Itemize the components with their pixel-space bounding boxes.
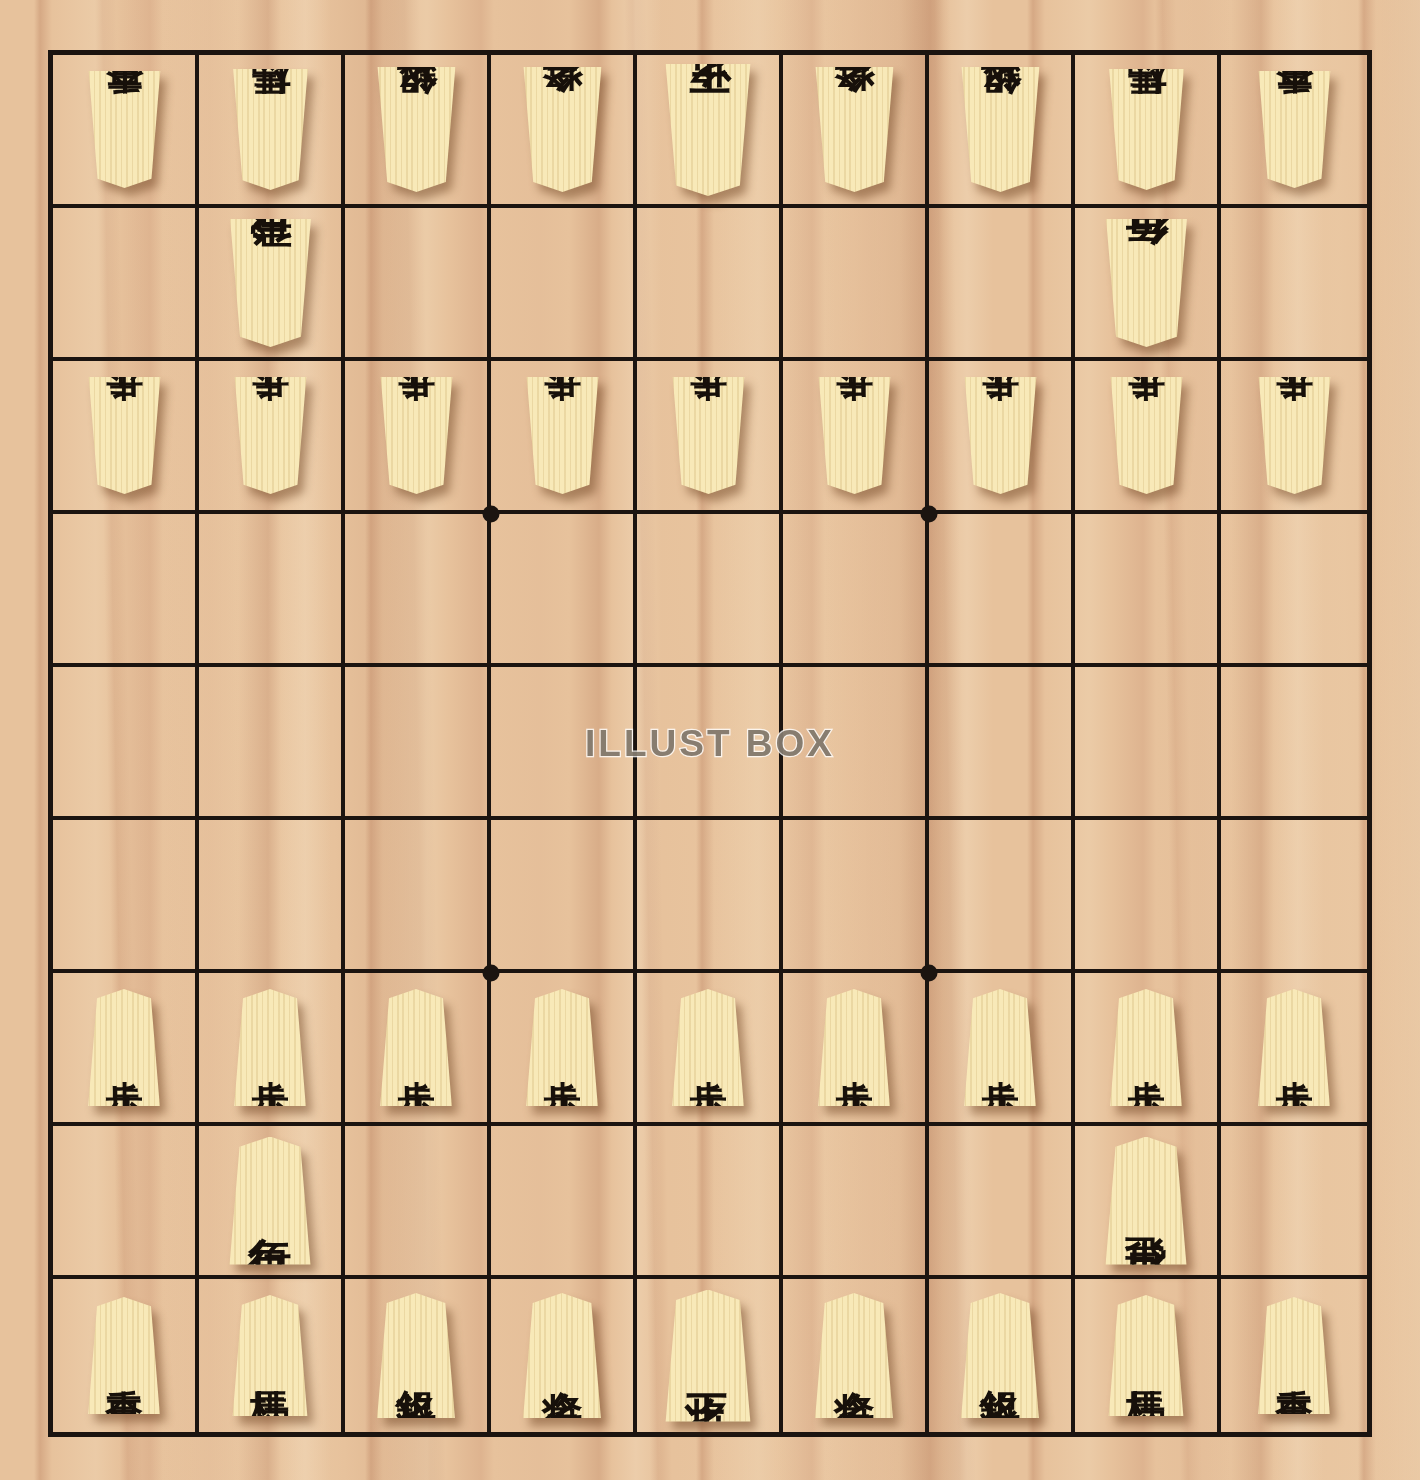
cell-6f[interactable] bbox=[491, 820, 637, 973]
piece-sente-knight[interactable]: 桂馬 bbox=[1098, 1295, 1195, 1416]
piece-face: 香車 bbox=[1248, 1297, 1341, 1414]
piece-gote-king[interactable]: 王将 bbox=[653, 64, 763, 196]
piece-kanji: 歩兵 bbox=[1127, 1042, 1165, 1054]
piece-kanji: 王将 bbox=[685, 124, 731, 136]
piece-face: 香車 bbox=[78, 1297, 171, 1414]
cell-3f[interactable] bbox=[929, 820, 1075, 973]
cell-1d[interactable] bbox=[1221, 514, 1367, 667]
piece-face: 銀将 bbox=[366, 67, 467, 192]
cell-8f[interactable] bbox=[199, 820, 345, 973]
cell-1i[interactable]: 香車 bbox=[1221, 1279, 1367, 1432]
piece-face: 歩兵 bbox=[954, 989, 1047, 1106]
piece-kanji: 金将 bbox=[542, 1350, 583, 1362]
cell-3h[interactable] bbox=[929, 1126, 1075, 1279]
piece-kanji: 歩兵 bbox=[251, 1042, 289, 1054]
cell-9g[interactable]: 歩兵 bbox=[53, 973, 199, 1126]
piece-kanji: 歩兵 bbox=[689, 1042, 727, 1054]
piece-kanji: 歩兵 bbox=[981, 430, 1019, 442]
piece-face: 歩兵 bbox=[516, 377, 609, 494]
piece-face: 飛車 bbox=[1094, 1137, 1199, 1265]
piece-gote-knight[interactable]: 桂馬 bbox=[222, 69, 319, 190]
cell-3a[interactable]: 銀将 bbox=[929, 55, 1075, 208]
cell-5i[interactable]: 王将 bbox=[637, 1279, 783, 1432]
cell-5d[interactable] bbox=[637, 514, 783, 667]
piece-face: 桂馬 bbox=[222, 69, 319, 190]
cell-2g[interactable]: 歩兵 bbox=[1075, 973, 1221, 1126]
piece-gote-knight[interactable]: 桂馬 bbox=[1098, 69, 1195, 190]
piece-sente-lance[interactable]: 香車 bbox=[1248, 1297, 1341, 1414]
piece-kanji: 歩兵 bbox=[835, 430, 873, 442]
piece-face: 歩兵 bbox=[662, 377, 755, 494]
wood-background: { "game": "shogi", "title": "Shogi board… bbox=[0, 0, 1420, 1480]
piece-kanji: 銀将 bbox=[396, 124, 437, 136]
piece-sente-gold[interactable]: 金将 bbox=[512, 1293, 613, 1418]
cell-5b[interactable] bbox=[637, 208, 783, 361]
piece-kanji: 歩兵 bbox=[1275, 430, 1313, 442]
cell-6a[interactable]: 金将 bbox=[491, 55, 637, 208]
piece-kanji: 歩兵 bbox=[105, 1042, 143, 1054]
cell-7b[interactable] bbox=[345, 208, 491, 361]
cell-8h[interactable]: 角行 bbox=[199, 1126, 345, 1279]
cell-3b[interactable] bbox=[929, 208, 1075, 361]
piece-sente-knight[interactable]: 桂馬 bbox=[222, 1295, 319, 1416]
piece-face: 銀将 bbox=[366, 1293, 467, 1418]
cell-4b[interactable] bbox=[783, 208, 929, 361]
cell-8a[interactable]: 桂馬 bbox=[199, 55, 345, 208]
piece-kanji: 歩兵 bbox=[981, 1042, 1019, 1054]
cell-1c[interactable]: 歩兵 bbox=[1221, 361, 1367, 514]
piece-kanji: 角行 bbox=[1125, 277, 1168, 289]
cell-2b[interactable]: 角行 bbox=[1075, 208, 1221, 361]
piece-gote-pawn[interactable]: 歩兵 bbox=[1100, 377, 1193, 494]
piece-sente-lance[interactable]: 香車 bbox=[78, 1297, 171, 1414]
piece-kanji: 香車 bbox=[105, 1350, 143, 1362]
piece-gote-pawn[interactable]: 歩兵 bbox=[516, 377, 609, 494]
piece-sente-pawn[interactable]: 歩兵 bbox=[78, 989, 171, 1106]
piece-kanji: 飛車 bbox=[249, 277, 292, 289]
piece-sente-pawn[interactable]: 歩兵 bbox=[1248, 989, 1341, 1106]
cell-5g[interactable]: 歩兵 bbox=[637, 973, 783, 1126]
cell-7i[interactable]: 銀将 bbox=[345, 1279, 491, 1432]
piece-gote-rook[interactable]: 飛車 bbox=[218, 219, 323, 347]
piece-face: 角行 bbox=[218, 1137, 323, 1265]
piece-gote-silver[interactable]: 銀将 bbox=[950, 67, 1051, 192]
piece-face: 桂馬 bbox=[222, 1295, 319, 1416]
cell-6d[interactable] bbox=[491, 514, 637, 667]
cell-3g[interactable]: 歩兵 bbox=[929, 973, 1075, 1126]
cell-7f[interactable] bbox=[345, 820, 491, 973]
cell-9b[interactable] bbox=[53, 208, 199, 361]
cell-2e[interactable] bbox=[1075, 667, 1221, 820]
piece-face: 歩兵 bbox=[224, 989, 317, 1106]
cell-8g[interactable]: 歩兵 bbox=[199, 973, 345, 1126]
piece-face: 銀将 bbox=[950, 1293, 1051, 1418]
piece-kanji: 銀将 bbox=[980, 1350, 1021, 1362]
cell-9e[interactable] bbox=[53, 667, 199, 820]
cell-3c[interactable]: 歩兵 bbox=[929, 361, 1075, 514]
cell-2c[interactable]: 歩兵 bbox=[1075, 361, 1221, 514]
star-point bbox=[921, 506, 938, 523]
piece-sente-pawn[interactable]: 歩兵 bbox=[370, 989, 463, 1106]
piece-kanji: 香車 bbox=[105, 124, 143, 136]
piece-face: 金将 bbox=[512, 67, 613, 192]
cell-4i[interactable]: 金将 bbox=[783, 1279, 929, 1432]
cell-4h[interactable] bbox=[783, 1126, 929, 1279]
piece-face: 銀将 bbox=[950, 67, 1051, 192]
piece-kanji: 王将 bbox=[685, 1350, 731, 1362]
cell-1f[interactable] bbox=[1221, 820, 1367, 973]
cell-8c[interactable]: 歩兵 bbox=[199, 361, 345, 514]
piece-sente-king[interactable]: 王将 bbox=[653, 1290, 763, 1422]
piece-sente-pawn[interactable]: 歩兵 bbox=[808, 989, 901, 1106]
cell-6i[interactable]: 金将 bbox=[491, 1279, 637, 1432]
cell-7d[interactable] bbox=[345, 514, 491, 667]
piece-kanji: 香車 bbox=[1275, 1350, 1313, 1362]
piece-kanji: 金将 bbox=[542, 124, 583, 136]
cell-7c[interactable]: 歩兵 bbox=[345, 361, 491, 514]
piece-sente-gold[interactable]: 金将 bbox=[804, 1293, 905, 1418]
cell-9a[interactable]: 香車 bbox=[53, 55, 199, 208]
cell-6b[interactable] bbox=[491, 208, 637, 361]
piece-face: 歩兵 bbox=[516, 989, 609, 1106]
cell-5c[interactable]: 歩兵 bbox=[637, 361, 783, 514]
piece-gote-pawn[interactable]: 歩兵 bbox=[224, 377, 317, 494]
cell-9i[interactable]: 香車 bbox=[53, 1279, 199, 1432]
cell-4d[interactable] bbox=[783, 514, 929, 667]
cell-4a[interactable]: 金将 bbox=[783, 55, 929, 208]
piece-sente-pawn[interactable]: 歩兵 bbox=[1100, 989, 1193, 1106]
piece-face: 歩兵 bbox=[78, 989, 171, 1106]
piece-face: 歩兵 bbox=[808, 989, 901, 1106]
piece-gote-pawn[interactable]: 歩兵 bbox=[662, 377, 755, 494]
piece-face: 歩兵 bbox=[1248, 989, 1341, 1106]
cell-8d[interactable] bbox=[199, 514, 345, 667]
cell-9f[interactable] bbox=[53, 820, 199, 973]
cell-4f[interactable] bbox=[783, 820, 929, 973]
piece-face: 金将 bbox=[512, 1293, 613, 1418]
piece-face: 飛車 bbox=[218, 219, 323, 347]
cell-8e[interactable] bbox=[199, 667, 345, 820]
piece-sente-rook[interactable]: 飛車 bbox=[1094, 1137, 1199, 1265]
piece-kanji: 桂馬 bbox=[250, 1350, 290, 1362]
piece-kanji: 銀将 bbox=[396, 1350, 437, 1362]
star-point bbox=[483, 965, 500, 982]
piece-face: 歩兵 bbox=[1100, 377, 1193, 494]
piece-kanji: 歩兵 bbox=[543, 430, 581, 442]
piece-kanji: 銀将 bbox=[980, 124, 1021, 136]
cell-9d[interactable] bbox=[53, 514, 199, 667]
piece-kanji: 歩兵 bbox=[397, 1042, 435, 1054]
piece-sente-silver[interactable]: 銀将 bbox=[366, 1293, 467, 1418]
cell-5h[interactable] bbox=[637, 1126, 783, 1279]
piece-gote-silver[interactable]: 銀将 bbox=[366, 67, 467, 192]
piece-kanji: 飛車 bbox=[1125, 1195, 1168, 1207]
piece-face: 歩兵 bbox=[224, 377, 317, 494]
piece-sente-pawn[interactable]: 歩兵 bbox=[662, 989, 755, 1106]
piece-kanji: 香車 bbox=[1275, 124, 1313, 136]
cell-2f[interactable] bbox=[1075, 820, 1221, 973]
piece-face: 角行 bbox=[1094, 219, 1199, 347]
piece-face: 桂馬 bbox=[1098, 69, 1195, 190]
star-point bbox=[921, 965, 938, 982]
piece-kanji: 歩兵 bbox=[689, 430, 727, 442]
piece-sente-pawn[interactable]: 歩兵 bbox=[516, 989, 609, 1106]
piece-gote-bishop[interactable]: 角行 bbox=[1094, 219, 1199, 347]
piece-face: 歩兵 bbox=[954, 377, 1047, 494]
cell-2a[interactable]: 桂馬 bbox=[1075, 55, 1221, 208]
cell-8b[interactable]: 飛車 bbox=[199, 208, 345, 361]
piece-sente-silver[interactable]: 銀将 bbox=[950, 1293, 1051, 1418]
cell-7a[interactable]: 銀将 bbox=[345, 55, 491, 208]
cell-8i[interactable]: 桂馬 bbox=[199, 1279, 345, 1432]
piece-face: 歩兵 bbox=[370, 989, 463, 1106]
piece-kanji: 歩兵 bbox=[835, 1042, 873, 1054]
cell-2h[interactable]: 飛車 bbox=[1075, 1126, 1221, 1279]
cell-4c[interactable]: 歩兵 bbox=[783, 361, 929, 514]
piece-kanji: 歩兵 bbox=[543, 1042, 581, 1054]
piece-gote-pawn[interactable]: 歩兵 bbox=[808, 377, 901, 494]
piece-sente-pawn[interactable]: 歩兵 bbox=[224, 989, 317, 1106]
cell-6h[interactable] bbox=[491, 1126, 637, 1279]
piece-kanji: 歩兵 bbox=[1127, 430, 1165, 442]
piece-gote-pawn[interactable]: 歩兵 bbox=[78, 377, 171, 494]
piece-kanji: 歩兵 bbox=[397, 430, 435, 442]
cell-5f[interactable] bbox=[637, 820, 783, 973]
piece-sente-bishop[interactable]: 角行 bbox=[218, 1137, 323, 1265]
piece-kanji: 歩兵 bbox=[251, 430, 289, 442]
piece-sente-pawn[interactable]: 歩兵 bbox=[954, 989, 1047, 1106]
piece-face: 香車 bbox=[78, 71, 171, 188]
cell-2i[interactable]: 桂馬 bbox=[1075, 1279, 1221, 1432]
cell-1h[interactable] bbox=[1221, 1126, 1367, 1279]
piece-face: 歩兵 bbox=[78, 377, 171, 494]
cell-4g[interactable]: 歩兵 bbox=[783, 973, 929, 1126]
piece-kanji: 桂馬 bbox=[250, 124, 290, 136]
cell-1a[interactable]: 香車 bbox=[1221, 55, 1367, 208]
piece-kanji: 角行 bbox=[249, 1195, 292, 1207]
piece-face: 金将 bbox=[804, 67, 905, 192]
cell-6c[interactable]: 歩兵 bbox=[491, 361, 637, 514]
piece-gote-gold[interactable]: 金将 bbox=[804, 67, 905, 192]
cell-1g[interactable]: 歩兵 bbox=[1221, 973, 1367, 1126]
piece-gote-lance[interactable]: 香車 bbox=[78, 71, 171, 188]
piece-face: 金将 bbox=[804, 1293, 905, 1418]
piece-kanji: 金将 bbox=[834, 124, 875, 136]
watermark: ILLUST BOX bbox=[585, 723, 835, 765]
piece-kanji: 歩兵 bbox=[105, 430, 143, 442]
piece-gote-pawn[interactable]: 歩兵 bbox=[370, 377, 463, 494]
cell-5a[interactable]: 王将 bbox=[637, 55, 783, 208]
piece-kanji: 桂馬 bbox=[1126, 1350, 1166, 1362]
piece-gote-gold[interactable]: 金将 bbox=[512, 67, 613, 192]
piece-kanji: 桂馬 bbox=[1126, 124, 1166, 136]
cell-9c[interactable]: 歩兵 bbox=[53, 361, 199, 514]
piece-face: 香車 bbox=[1248, 71, 1341, 188]
cell-3d[interactable] bbox=[929, 514, 1075, 667]
piece-face: 歩兵 bbox=[1100, 989, 1193, 1106]
piece-face: 歩兵 bbox=[662, 989, 755, 1106]
piece-gote-pawn[interactable]: 歩兵 bbox=[1248, 377, 1341, 494]
piece-kanji: 歩兵 bbox=[1275, 1042, 1313, 1054]
cell-9h[interactable] bbox=[53, 1126, 199, 1279]
piece-face: 歩兵 bbox=[808, 377, 901, 494]
cell-2d[interactable] bbox=[1075, 514, 1221, 667]
piece-gote-lance[interactable]: 香車 bbox=[1248, 71, 1341, 188]
cell-7g[interactable]: 歩兵 bbox=[345, 973, 491, 1126]
cell-1b[interactable] bbox=[1221, 208, 1367, 361]
piece-face: 王将 bbox=[653, 64, 763, 196]
piece-face: 歩兵 bbox=[370, 377, 463, 494]
cell-7h[interactable] bbox=[345, 1126, 491, 1279]
cell-3i[interactable]: 銀将 bbox=[929, 1279, 1075, 1432]
piece-kanji: 金将 bbox=[834, 1350, 875, 1362]
shogi-board: ILLUST BOX 香車桂馬銀将金将王将金将銀将桂馬香車飛車角行歩兵歩兵歩兵歩… bbox=[48, 50, 1372, 1437]
cell-3e[interactable] bbox=[929, 667, 1075, 820]
piece-face: 王将 bbox=[653, 1290, 763, 1422]
cell-7e[interactable] bbox=[345, 667, 491, 820]
piece-face: 桂馬 bbox=[1098, 1295, 1195, 1416]
cell-6g[interactable]: 歩兵 bbox=[491, 973, 637, 1126]
piece-gote-pawn[interactable]: 歩兵 bbox=[954, 377, 1047, 494]
piece-face: 歩兵 bbox=[1248, 377, 1341, 494]
cell-1e[interactable] bbox=[1221, 667, 1367, 820]
star-point bbox=[483, 506, 500, 523]
